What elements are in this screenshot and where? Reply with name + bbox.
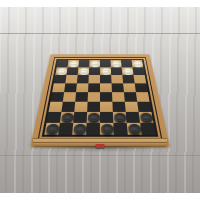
board-pinstripe-border: ⛀⛀⛀⛀⛀⛀⛀⛀⛂⛂⛂⛂⛂⛂⛂⛂ <box>38 57 163 140</box>
square-h8[interactable]: ⛀ <box>131 60 143 67</box>
square-f6[interactable] <box>111 75 123 83</box>
square-b1[interactable] <box>58 123 73 135</box>
square-e7[interactable]: ⛀ <box>100 67 111 75</box>
square-b4[interactable] <box>63 92 76 101</box>
square-f4[interactable] <box>112 92 125 101</box>
black-checker[interactable]: ⛂ <box>139 112 153 122</box>
white-checker[interactable]: ⛀ <box>100 68 110 75</box>
white-checker[interactable]: ⛀ <box>122 68 133 75</box>
square-d2[interactable]: ⛂ <box>87 112 100 123</box>
square-e5[interactable] <box>100 83 112 92</box>
square-c6[interactable] <box>77 75 89 83</box>
square-f1[interactable] <box>113 123 127 135</box>
square-e4[interactable] <box>100 92 112 101</box>
square-f7[interactable] <box>111 67 123 75</box>
board-grid: ⛀⛀⛀⛀⛀⛀⛀⛀⛂⛂⛂⛂⛂⛂⛂⛂ <box>42 59 159 137</box>
square-f3[interactable] <box>112 102 125 112</box>
square-c8[interactable] <box>78 60 89 67</box>
square-b2[interactable]: ⛂ <box>60 112 74 123</box>
square-b5[interactable] <box>64 83 77 92</box>
square-f2[interactable]: ⛂ <box>113 112 127 123</box>
square-b6[interactable] <box>65 75 77 83</box>
square-e8[interactable] <box>100 60 111 67</box>
black-checker[interactable]: ⛂ <box>113 112 126 122</box>
square-b7[interactable] <box>66 67 78 75</box>
square-d5[interactable] <box>88 83 100 92</box>
white-checker[interactable]: ⛀ <box>56 68 67 75</box>
square-d6[interactable] <box>88 75 100 83</box>
square-b3[interactable] <box>61 102 75 112</box>
black-checker[interactable]: ⛂ <box>61 112 74 122</box>
box-seam-groove <box>33 142 167 143</box>
white-checker[interactable]: ⛀ <box>132 60 143 67</box>
checkers-board: ⛀⛀⛀⛀⛀⛀⛀⛀⛂⛂⛂⛂⛂⛂⛂⛂ <box>30 54 170 147</box>
square-h3[interactable] <box>137 102 151 112</box>
square-e3[interactable] <box>100 102 113 112</box>
white-checker[interactable]: ⛀ <box>90 60 100 67</box>
square-e1[interactable]: ⛂ <box>100 123 114 135</box>
square-d7[interactable] <box>89 67 100 75</box>
square-d1[interactable] <box>86 123 100 135</box>
black-checker[interactable]: ⛂ <box>101 123 114 134</box>
board-front-edge <box>33 138 167 146</box>
square-e2[interactable] <box>100 112 113 123</box>
square-b8[interactable]: ⛀ <box>68 60 79 67</box>
square-c7[interactable]: ⛀ <box>78 67 90 75</box>
square-d4[interactable] <box>88 92 100 101</box>
square-h7[interactable] <box>132 67 144 75</box>
black-checker[interactable]: ⛂ <box>127 123 141 134</box>
black-checker[interactable]: ⛂ <box>87 112 99 122</box>
square-h1[interactable] <box>140 123 156 135</box>
black-checker[interactable]: ⛂ <box>73 123 86 134</box>
square-h6[interactable] <box>134 75 147 83</box>
square-c1[interactable]: ⛂ <box>72 123 86 135</box>
square-c5[interactable] <box>76 83 88 92</box>
square-f8[interactable]: ⛀ <box>110 60 121 67</box>
plank-seam <box>0 155 200 156</box>
white-checker[interactable]: ⛀ <box>68 60 79 67</box>
square-c3[interactable] <box>74 102 87 112</box>
square-h2[interactable]: ⛂ <box>139 112 154 123</box>
white-checker[interactable]: ⛀ <box>111 60 121 67</box>
square-e6[interactable] <box>100 75 112 83</box>
square-c4[interactable] <box>75 92 88 101</box>
square-h4[interactable] <box>136 92 150 101</box>
white-checker[interactable]: ⛀ <box>78 68 89 75</box>
checkers-board-scene: ⛀⛀⛀⛀⛀⛀⛀⛀⛂⛂⛂⛂⛂⛂⛂⛂ <box>42 34 158 152</box>
square-d8[interactable]: ⛀ <box>89 60 100 67</box>
square-c2[interactable] <box>73 112 87 123</box>
square-d3[interactable] <box>87 102 100 112</box>
red-clasp <box>96 144 105 148</box>
square-h5[interactable] <box>135 83 148 92</box>
square-f5[interactable] <box>112 83 124 92</box>
board-tilt-wrapper: ⛀⛀⛀⛀⛀⛀⛀⛀⛂⛂⛂⛂⛂⛂⛂⛂ <box>30 54 170 147</box>
black-checker[interactable]: ⛂ <box>45 123 59 134</box>
